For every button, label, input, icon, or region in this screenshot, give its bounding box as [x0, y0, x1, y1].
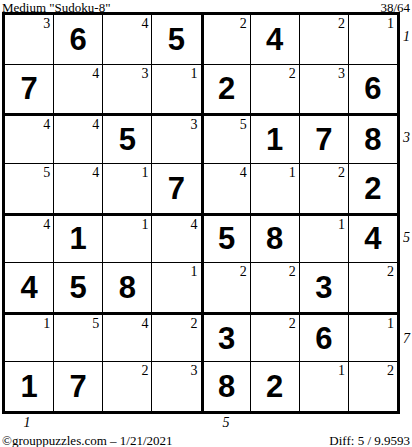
cell-r7c7[interactable]: 6 [300, 313, 348, 362]
cell-r8c6[interactable]: 2 [251, 362, 299, 411]
cell-r4c4[interactable]: 7 [152, 164, 200, 213]
pencil-mark: 2 [338, 16, 345, 31]
cell-r2c4[interactable]: 1 [152, 65, 200, 114]
pencil-mark: 1 [338, 363, 345, 378]
given-digit: 1 [5, 362, 53, 411]
pencil-mark: 3 [191, 363, 198, 378]
pencil-mark: 4 [43, 117, 50, 132]
col-label-5: 5 [223, 416, 230, 430]
pencil-mark: 5 [240, 117, 247, 132]
puzzle-page: Medium "Sudoku-8" 38/64 3645242174312236… [0, 0, 412, 447]
given-digit: 8 [103, 263, 151, 312]
cell-r3c6[interactable]: 1 [251, 114, 299, 163]
pencil-mark: 1 [338, 217, 345, 232]
given-digit: 3 [300, 263, 348, 312]
given-digit: 7 [300, 116, 348, 163]
cell-r4c2[interactable]: 4 [54, 164, 102, 213]
given-digit: 5 [103, 116, 151, 163]
cell-r5c1[interactable]: 4 [5, 214, 53, 263]
pencil-mark: 1 [387, 316, 394, 331]
cell-r4c5[interactable]: 4 [202, 164, 250, 213]
pencil-mark: 4 [141, 316, 148, 331]
cell-r2c1[interactable]: 7 [5, 65, 53, 114]
cell-r3c1[interactable]: 4 [5, 114, 53, 163]
given-digit: 8 [251, 216, 299, 263]
cell-r3c5[interactable]: 5 [202, 114, 250, 163]
given-digit: 8 [204, 362, 250, 411]
cell-r6c5[interactable]: 2 [202, 263, 250, 312]
cell-r1c6[interactable]: 4 [251, 15, 299, 64]
copyright-text: ©grouppuzzles.com – 1/21/2021 [2, 433, 173, 447]
cell-r7c2[interactable]: 5 [54, 313, 102, 362]
cell-r3c4[interactable]: 3 [152, 114, 200, 163]
pencil-mark: 4 [191, 217, 198, 232]
cell-r4c3[interactable]: 1 [103, 164, 151, 213]
pencil-mark: 1 [43, 316, 50, 331]
given-digit: 6 [54, 15, 102, 64]
given-digit: 4 [349, 216, 397, 263]
cell-r8c1[interactable]: 1 [5, 362, 53, 411]
cell-r7c8[interactable]: 1 [349, 313, 397, 362]
cell-r1c2[interactable]: 6 [54, 15, 102, 64]
cell-r4c1[interactable]: 5 [5, 164, 53, 213]
cell-r8c4[interactable]: 3 [152, 362, 200, 411]
cell-r2c2[interactable]: 4 [54, 65, 102, 114]
cell-r5c2[interactable]: 1 [54, 214, 102, 263]
cell-r4c7[interactable]: 2 [300, 164, 348, 213]
cell-r5c8[interactable]: 4 [349, 214, 397, 263]
row-label-5: 5 [403, 231, 412, 245]
cell-r5c4[interactable]: 4 [152, 214, 200, 263]
given-digit: 5 [152, 15, 200, 64]
pencil-mark: 1 [387, 16, 394, 31]
sudoku-board: 3645242174312236445351785417412241145814… [2, 12, 400, 414]
cell-r5c5[interactable]: 5 [202, 214, 250, 263]
cell-r7c1[interactable]: 1 [5, 313, 53, 362]
pencil-mark: 2 [387, 264, 394, 279]
pencil-mark: 4 [43, 217, 50, 232]
cell-r2c7[interactable]: 3 [300, 65, 348, 114]
cell-r5c3[interactable]: 1 [103, 214, 151, 263]
pencil-mark: 2 [338, 165, 345, 180]
cell-r7c6[interactable]: 2 [251, 313, 299, 362]
cell-r7c4[interactable]: 2 [152, 313, 200, 362]
cell-r3c2[interactable]: 4 [54, 114, 102, 163]
cell-r6c4[interactable]: 1 [152, 263, 200, 312]
pencil-mark: 4 [240, 165, 247, 180]
given-digit: 8 [349, 116, 397, 163]
cell-r1c1[interactable]: 3 [5, 15, 53, 64]
cell-r6c7[interactable]: 3 [300, 263, 348, 312]
cell-r5c7[interactable]: 1 [300, 214, 348, 263]
pencil-mark: 4 [92, 117, 99, 132]
pencil-mark: 3 [191, 117, 198, 132]
difficulty-text: Diff: 5 / 9.9593 [329, 433, 410, 447]
cell-r6c2[interactable]: 5 [54, 263, 102, 312]
row-label-7: 7 [403, 332, 412, 346]
pencil-mark: 2 [191, 316, 198, 331]
cell-r2c3[interactable]: 3 [103, 65, 151, 114]
pencil-mark: 1 [141, 165, 148, 180]
given-digit: 7 [152, 164, 200, 213]
cell-r8c7[interactable]: 1 [300, 362, 348, 411]
cell-r8c3[interactable]: 2 [103, 362, 151, 411]
pencil-mark: 1 [191, 66, 198, 81]
cell-r8c8[interactable]: 2 [349, 362, 397, 411]
given-digit: 4 [5, 263, 53, 312]
cell-r1c3[interactable]: 4 [103, 15, 151, 64]
given-digit: 2 [251, 362, 299, 411]
given-digit: 1 [251, 116, 299, 163]
pencil-mark: 2 [289, 264, 296, 279]
pencil-mark: 3 [43, 16, 50, 31]
cell-r8c2[interactable]: 7 [54, 362, 102, 411]
pencil-mark: 2 [141, 363, 148, 378]
cell-r2c6[interactable]: 2 [251, 65, 299, 114]
cell-r2c5[interactable]: 2 [202, 65, 250, 114]
pencil-mark: 2 [289, 316, 296, 331]
given-digit: 5 [54, 263, 102, 312]
cell-r3c7[interactable]: 7 [300, 114, 348, 163]
cell-r6c3[interactable]: 8 [103, 263, 151, 312]
pencil-mark: 2 [289, 66, 296, 81]
pencil-mark: 2 [387, 363, 394, 378]
given-digit: 2 [349, 164, 397, 213]
cell-r6c8[interactable]: 2 [349, 263, 397, 312]
pencil-mark: 1 [141, 217, 148, 232]
cell-r3c3[interactable]: 5 [103, 114, 151, 163]
cell-r1c5[interactable]: 2 [202, 15, 250, 64]
cell-r5c6[interactable]: 8 [251, 214, 299, 263]
given-digit: 6 [300, 315, 348, 362]
given-digit: 3 [204, 315, 250, 362]
cell-r6c6[interactable]: 2 [251, 263, 299, 312]
pencil-mark: 3 [338, 66, 345, 81]
pencil-mark: 1 [191, 264, 198, 279]
pencil-mark: 5 [92, 316, 99, 331]
given-digit: 2 [204, 65, 250, 114]
pencil-mark: 1 [289, 165, 296, 180]
col-label-1: 1 [24, 416, 31, 430]
pencil-mark: 4 [141, 16, 148, 31]
pencil-mark: 2 [240, 264, 247, 279]
given-digit: 5 [204, 216, 250, 263]
cell-r1c4[interactable]: 5 [152, 15, 200, 64]
pencil-mark: 5 [43, 165, 50, 180]
given-digit: 4 [251, 15, 299, 64]
pencil-mark: 4 [92, 66, 99, 81]
given-digit: 7 [5, 65, 53, 114]
given-digit: 7 [54, 362, 102, 411]
cell-r3c8[interactable]: 8 [349, 114, 397, 163]
cell-r8c5[interactable]: 8 [202, 362, 250, 411]
pencil-mark: 4 [92, 165, 99, 180]
cell-r7c3[interactable]: 4 [103, 313, 151, 362]
cell-r2c8[interactable]: 6 [349, 65, 397, 114]
cell-r1c7[interactable]: 2 [300, 15, 348, 64]
cell-r4c8[interactable]: 2 [349, 164, 397, 213]
cell-r4c6[interactable]: 1 [251, 164, 299, 213]
row-label-3: 3 [403, 131, 412, 145]
pencil-mark: 2 [240, 16, 247, 31]
given-digit: 1 [54, 216, 102, 263]
row-label-1: 1 [403, 30, 412, 44]
cell-r7c5[interactable]: 3 [202, 313, 250, 362]
cell-r6c1[interactable]: 4 [5, 263, 53, 312]
given-digit: 6 [349, 65, 397, 114]
cell-r1c8[interactable]: 1 [349, 15, 397, 64]
pencil-mark: 3 [141, 66, 148, 81]
